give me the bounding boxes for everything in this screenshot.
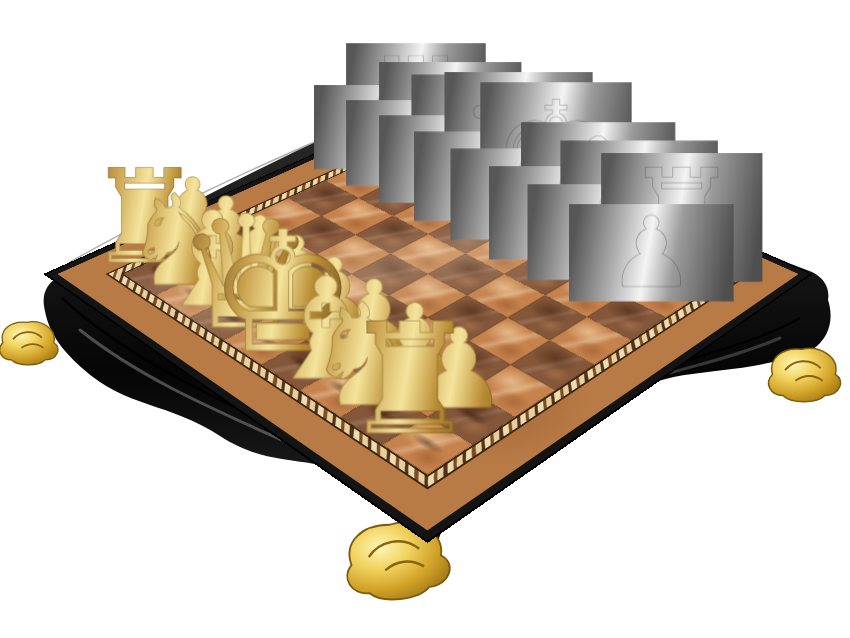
piece-white-rook-h1[interactable]: ♜ [315,303,506,456]
square-h1[interactable]: ♜ [383,417,473,475]
piece-black-pawn-h7[interactable]: ♟ [569,204,734,302]
chess-board: ♜♞♝♛♚♝♞♜♟♟♟♟♟♟♟♟♟♟♟♟♟♟♟♟♜♞♝♛♚♝♞♜ [57,108,798,530]
square-h7[interactable]: ♟ [622,274,700,317]
inlay-border: ♜♞♝♛♚♝♞♜♟♟♟♟♟♟♟♟♟♟♟♟♟♟♟♟♜♞♝♛♚♝♞♜ [106,126,751,489]
product-photo: ♜♞♝♛♚♝♞♜♟♟♟♟♟♟♟♟♟♟♟♟♟♟♟♟♜♞♝♛♚♝♞♜ [0,0,850,638]
board-scene: ♜♞♝♛♚♝♞♜♟♟♟♟♟♟♟♟♟♟♟♟♟♟♟♟♜♞♝♛♚♝♞♜ [0,0,850,638]
board-grid: ♜♞♝♛♚♝♞♜♟♟♟♟♟♟♟♟♟♟♟♟♟♟♟♟♜♞♝♛♚♝♞♜ [121,132,735,477]
